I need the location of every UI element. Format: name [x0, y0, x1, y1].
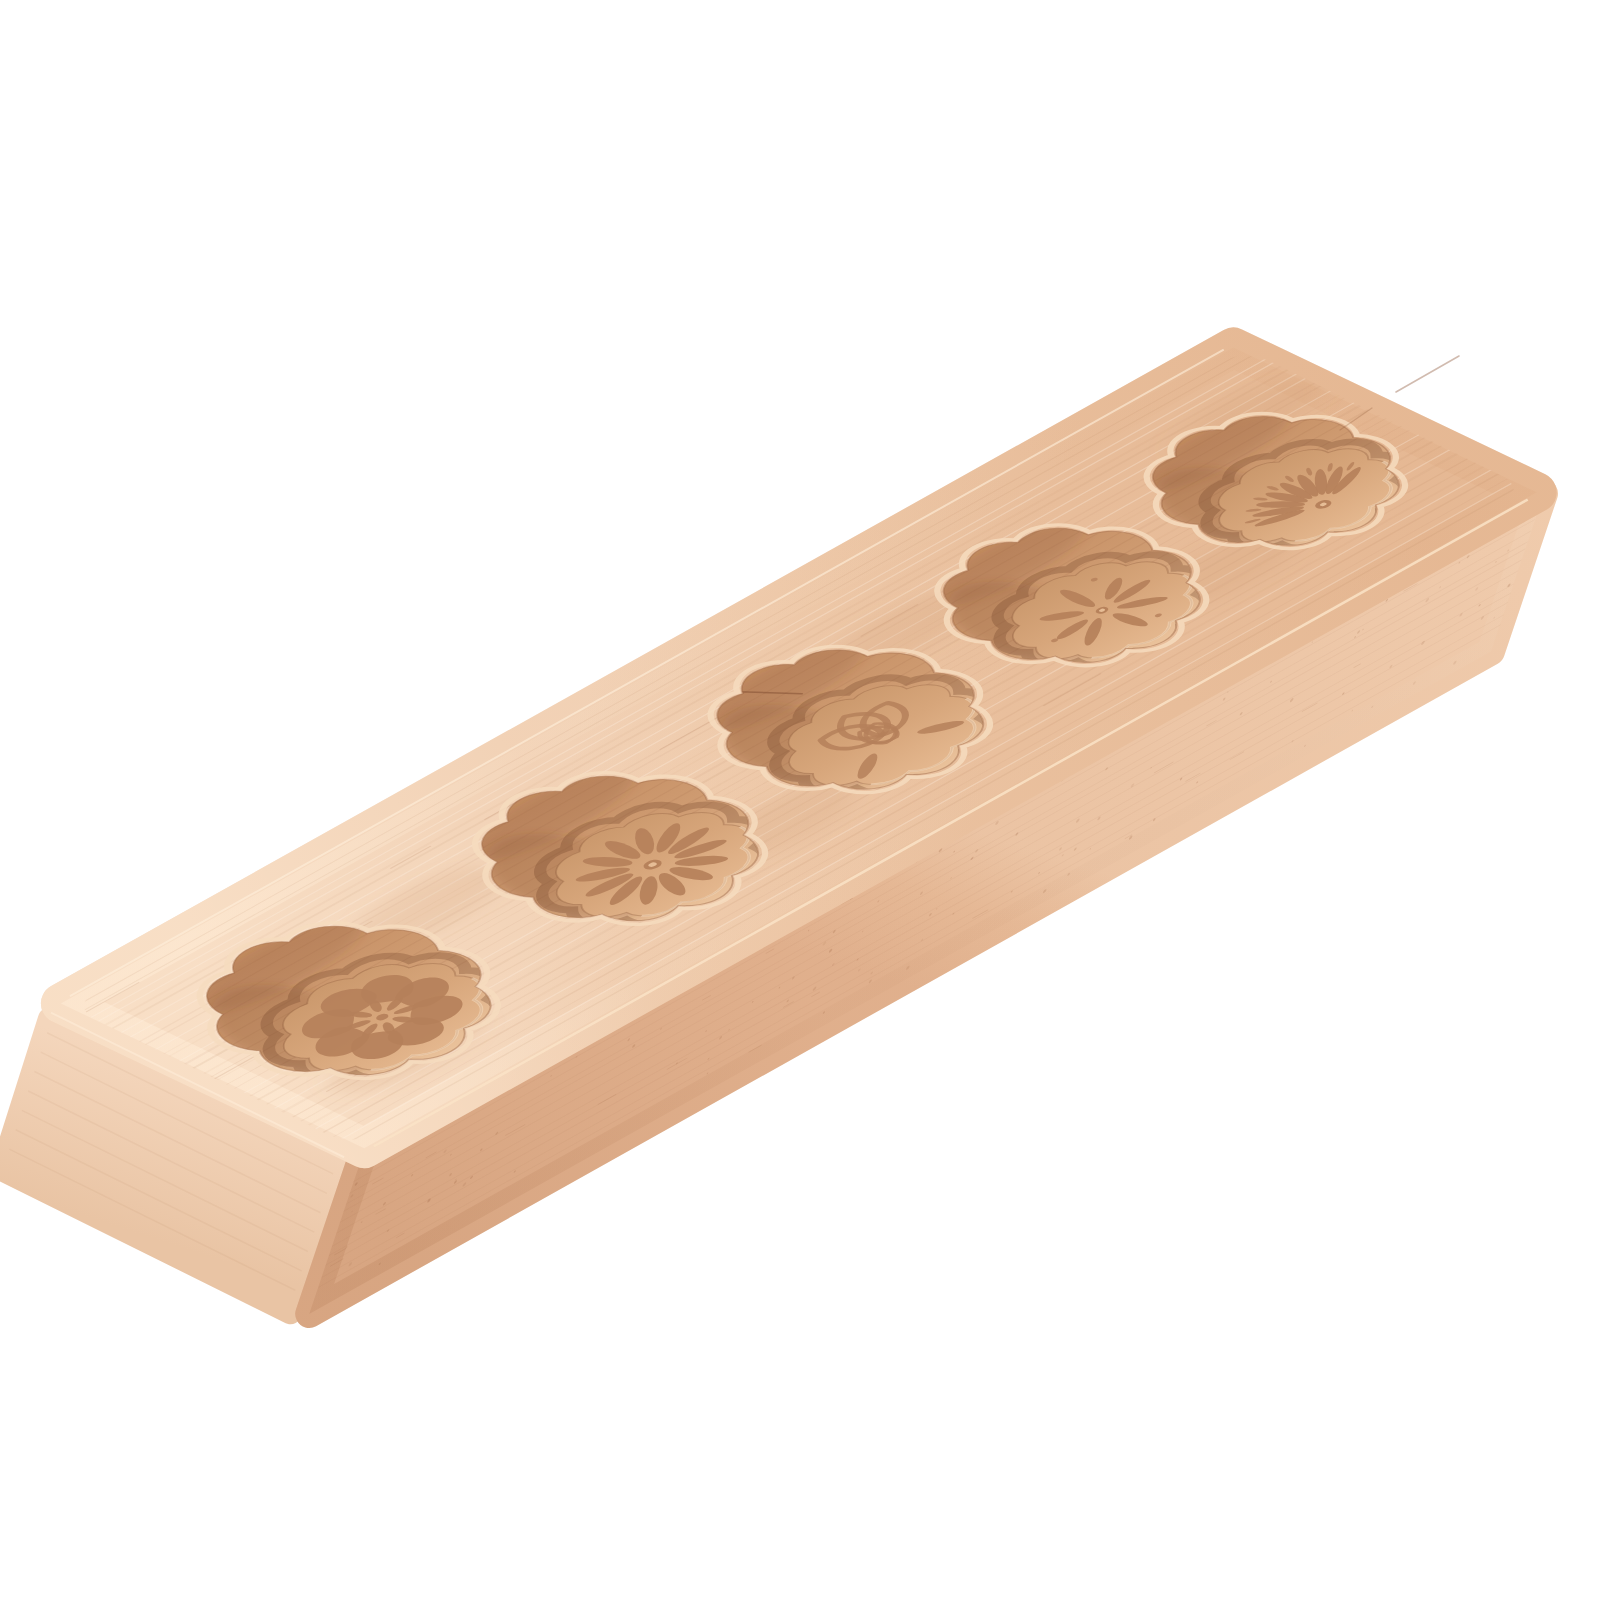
mooncake-mold-illustration	[0, 0, 1600, 1600]
product-photo: Overhead product photo of a rectangular …	[0, 0, 1600, 1600]
